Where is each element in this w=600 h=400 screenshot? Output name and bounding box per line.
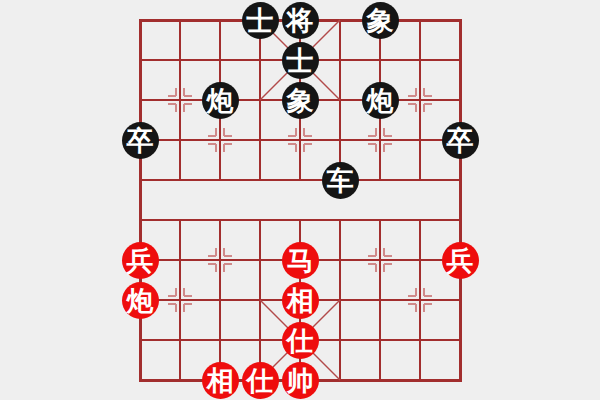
piece-black-soldier[interactable]: 卒 [442, 122, 479, 159]
piece-black-general[interactable]: 将 [282, 2, 319, 39]
piece-red-advisor[interactable]: 仕 [282, 322, 319, 359]
piece-red-soldier[interactable]: 兵 [442, 242, 479, 279]
piece-black-elephant[interactable]: 象 [282, 82, 319, 119]
piece-black-advisor[interactable]: 士 [242, 2, 279, 39]
piece-black-advisor[interactable]: 士 [282, 42, 319, 79]
xiangqi-board: 士将象士炮象炮卒卒车兵马兵炮相仕相仕帅 [120, 0, 480, 400]
pieces-layer: 士将象士炮象炮卒卒车兵马兵炮相仕相仕帅 [120, 0, 480, 400]
piece-red-general[interactable]: 帅 [282, 362, 319, 399]
xiangqi-app: 士将象士炮象炮卒卒车兵马兵炮相仕相仕帅 [0, 0, 600, 400]
piece-black-cannon[interactable]: 炮 [362, 82, 399, 119]
piece-black-elephant[interactable]: 象 [362, 2, 399, 39]
piece-black-soldier[interactable]: 卒 [122, 122, 159, 159]
piece-red-elephant[interactable]: 相 [282, 282, 319, 319]
piece-black-chariot[interactable]: 车 [322, 162, 359, 199]
piece-red-horse[interactable]: 马 [282, 242, 319, 279]
piece-red-elephant[interactable]: 相 [202, 362, 239, 399]
piece-red-soldier[interactable]: 兵 [122, 242, 159, 279]
piece-red-advisor[interactable]: 仕 [242, 362, 279, 399]
piece-black-cannon[interactable]: 炮 [202, 82, 239, 119]
piece-red-cannon[interactable]: 炮 [122, 282, 159, 319]
